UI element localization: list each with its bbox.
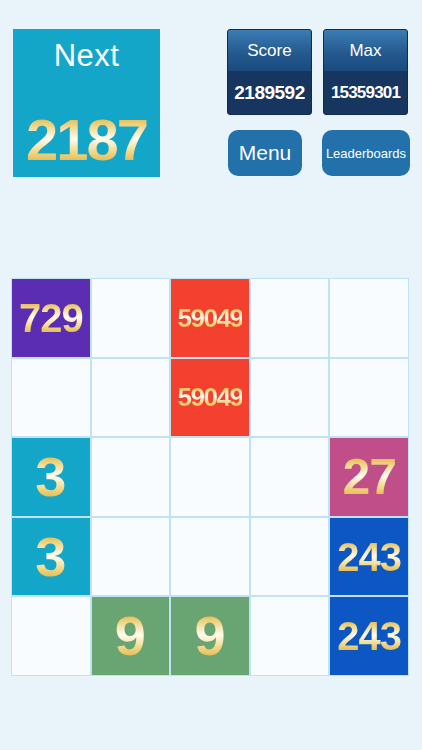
tile-3-r3c1[interactable]: 3 <box>12 438 90 516</box>
tile-3-r4c1[interactable]: 3 <box>12 518 90 596</box>
next-label: Next <box>54 40 120 72</box>
empty-cell-r2c2[interactable] <box>92 359 170 437</box>
tile-value: 27 <box>342 452 396 502</box>
game-board[interactable]: 7295904959049327324399243 <box>11 278 409 676</box>
empty-cell-r2c4[interactable] <box>251 359 329 437</box>
tile-value: 729 <box>19 298 83 338</box>
next-tile-value: 2187 <box>26 111 147 169</box>
empty-cell-r2c1[interactable] <box>12 359 90 437</box>
tile-243-r4c5[interactable]: 243 <box>330 518 408 596</box>
empty-cell-r3c2[interactable] <box>92 438 170 516</box>
tile-59049-r1c3[interactable]: 59049 <box>171 279 249 357</box>
next-tile-preview: Next 2187 <box>13 29 160 177</box>
tile-9-r5c3[interactable]: 9 <box>171 597 249 675</box>
score-panel: Score 2189592 <box>227 29 312 115</box>
max-value-area: 15359301 <box>324 71 407 114</box>
tile-value: 3 <box>35 449 66 505</box>
tile-59049-r2c3[interactable]: 59049 <box>171 359 249 437</box>
tile-value: 3 <box>35 529 66 585</box>
tile-value: 59049 <box>178 305 243 331</box>
empty-cell-r2c5[interactable] <box>330 359 408 437</box>
empty-cell-r4c4[interactable] <box>251 518 329 596</box>
score-value-area: 2189592 <box>228 71 311 114</box>
empty-cell-r4c3[interactable] <box>171 518 249 596</box>
tile-value: 9 <box>194 608 225 664</box>
max-value: 15359301 <box>331 83 400 103</box>
score-label: Score <box>247 41 291 61</box>
score-header: Score <box>228 30 311 71</box>
max-panel: Max 15359301 <box>323 29 408 115</box>
empty-cell-r3c4[interactable] <box>251 438 329 516</box>
empty-cell-r5c4[interactable] <box>251 597 329 675</box>
empty-cell-r3c3[interactable] <box>171 438 249 516</box>
score-value: 2189592 <box>234 82 304 104</box>
max-label: Max <box>349 41 381 61</box>
empty-cell-r1c2[interactable] <box>92 279 170 357</box>
tile-value: 9 <box>115 608 146 664</box>
tile-value: 243 <box>337 537 401 577</box>
tile-27-r3c5[interactable]: 27 <box>330 438 408 516</box>
tile-243-r5c5[interactable]: 243 <box>330 597 408 675</box>
empty-cell-r4c2[interactable] <box>92 518 170 596</box>
max-header: Max <box>324 30 407 71</box>
empty-cell-r1c5[interactable] <box>330 279 408 357</box>
tile-729-r1c1[interactable]: 729 <box>12 279 90 357</box>
empty-cell-r5c1[interactable] <box>12 597 90 675</box>
leaderboards-button[interactable]: Leaderboards <box>322 130 410 176</box>
menu-button[interactable]: Menu <box>228 130 302 176</box>
tile-value: 243 <box>337 616 401 656</box>
tile-value: 59049 <box>178 384 243 410</box>
empty-cell-r1c4[interactable] <box>251 279 329 357</box>
game-screen: Next 2187 Score 2189592 Max 15359301 Men… <box>0 0 422 750</box>
tile-9-r5c2[interactable]: 9 <box>92 597 170 675</box>
